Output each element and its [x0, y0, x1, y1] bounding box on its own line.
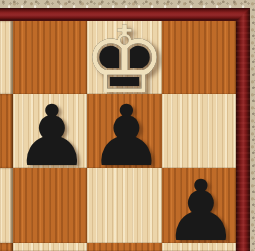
square-g7[interactable]: ♟: [87, 94, 162, 168]
square-e7[interactable]: [0, 94, 13, 168]
square-g6[interactable]: [87, 168, 162, 243]
square-e6[interactable]: [0, 168, 13, 243]
piece-black-pawn[interactable]: ♟: [89, 99, 164, 173]
square-e5[interactable]: [0, 243, 13, 251]
square-h7[interactable]: [162, 94, 236, 168]
piece-black-pawn[interactable]: ♟: [15, 99, 89, 173]
square-h6[interactable]: ♟: [162, 168, 236, 243]
square-f7[interactable]: ♟: [13, 94, 87, 168]
square-f8[interactable]: [13, 21, 87, 94]
square-f6[interactable]: [13, 168, 87, 243]
square-f5[interactable]: [13, 243, 87, 251]
table-background: ♚♔♟♟♟: [0, 0, 255, 251]
square-h8[interactable]: [162, 21, 236, 94]
board-grid: ♚♔♟♟♟: [0, 21, 236, 251]
square-g8[interactable]: ♚♔: [87, 21, 162, 94]
square-h5[interactable]: [162, 243, 236, 251]
square-g5[interactable]: [87, 243, 162, 251]
piece-black-pawn[interactable]: ♟: [164, 173, 238, 248]
square-e8[interactable]: [0, 21, 13, 94]
